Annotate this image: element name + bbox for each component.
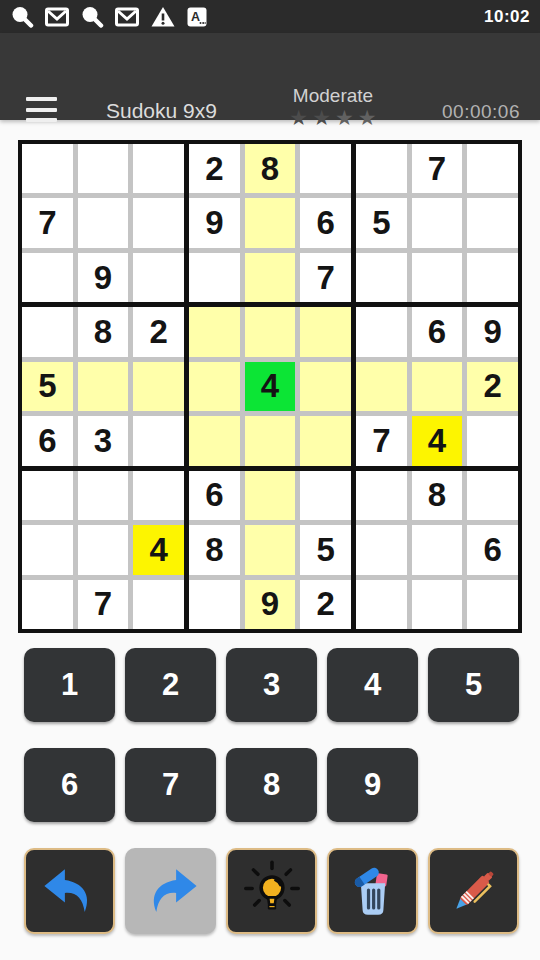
cell-r8c1[interactable] — [22, 525, 73, 574]
cell-r1c9[interactable] — [467, 144, 518, 193]
pencil-button[interactable] — [428, 848, 519, 934]
undo-button[interactable] — [24, 848, 115, 934]
cell-r3c9[interactable] — [467, 253, 518, 302]
notification-icons: A — [10, 5, 208, 29]
difficulty-label: Moderate — [268, 85, 398, 107]
cell-r2c5[interactable] — [245, 198, 296, 247]
cell-r8c8[interactable] — [412, 525, 463, 574]
cell-r7c8[interactable]: 8 — [412, 471, 463, 520]
numpad-key-6[interactable]: 6 — [24, 748, 115, 822]
cell-r8c7[interactable] — [356, 525, 407, 574]
cell-r2c7[interactable]: 5 — [356, 198, 407, 247]
app-bar: Sudoku 9x9 Moderate ★★★★ 00:00:06 — [0, 33, 540, 120]
cell-r5c4[interactable] — [189, 362, 240, 411]
box-border-vertical — [184, 144, 189, 629]
cell-r9c7[interactable] — [356, 580, 407, 629]
numpad-key-3[interactable]: 3 — [226, 648, 317, 722]
gmail-icon — [114, 5, 140, 29]
redo-arrow-icon — [139, 859, 203, 923]
cell-r3c2[interactable]: 9 — [78, 253, 129, 302]
cell-r6c2[interactable]: 3 — [78, 416, 129, 465]
cell-r4c7[interactable] — [356, 307, 407, 356]
cell-r7c4[interactable]: 6 — [189, 471, 240, 520]
cell-r7c3[interactable] — [133, 471, 184, 520]
numpad-key-2[interactable]: 2 — [125, 648, 216, 722]
cell-r2c6[interactable]: 6 — [300, 198, 351, 247]
cell-r3c4[interactable] — [189, 253, 240, 302]
cell-r5c7[interactable] — [356, 362, 407, 411]
hint-button[interactable] — [226, 848, 317, 934]
cell-r3c8[interactable] — [412, 253, 463, 302]
numpad-key-7[interactable]: 7 — [125, 748, 216, 822]
warning-icon — [150, 5, 176, 29]
cell-r8c4[interactable]: 8 — [189, 525, 240, 574]
cell-r9c1[interactable] — [22, 580, 73, 629]
cell-r1c3[interactable] — [133, 144, 184, 193]
cell-r4c3[interactable]: 2 — [133, 307, 184, 356]
star-icon: ★ — [358, 106, 377, 129]
toolbar — [24, 848, 519, 934]
cell-r1c1[interactable] — [22, 144, 73, 193]
erase-button[interactable] — [327, 848, 418, 934]
search-icon — [80, 5, 104, 29]
hamburger-menu-icon[interactable] — [26, 97, 57, 122]
cell-r8c5[interactable] — [245, 525, 296, 574]
sudoku-board: 28779659782695426374684856792 — [18, 140, 522, 633]
cell-r9c2[interactable]: 7 — [78, 580, 129, 629]
sudoku-app-screen: A 10:02 Sudoku 9x9 Moderate ★★★★ 00:00:0… — [0, 0, 540, 960]
numpad-key-1[interactable]: 1 — [24, 648, 115, 722]
cell-r3c6[interactable]: 7 — [300, 253, 351, 302]
cell-r4c2[interactable]: 8 — [78, 307, 129, 356]
numpad-key-8[interactable]: 8 — [226, 748, 317, 822]
cell-r5c8[interactable] — [412, 362, 463, 411]
cell-r4c4[interactable] — [189, 307, 240, 356]
undo-arrow-icon — [38, 859, 102, 923]
cell-r4c6[interactable] — [300, 307, 351, 356]
cell-r2c3[interactable] — [133, 198, 184, 247]
star-icon: ★ — [335, 106, 354, 129]
page-title: Sudoku 9x9 — [106, 99, 217, 123]
cell-r8c2[interactable] — [78, 525, 129, 574]
cell-r9c4[interactable] — [189, 580, 240, 629]
box-border-horizontal — [22, 302, 518, 307]
cell-r6c4[interactable] — [189, 416, 240, 465]
cell-r9c9[interactable] — [467, 580, 518, 629]
cell-r3c5[interactable] — [245, 253, 296, 302]
cell-r6c3[interactable] — [133, 416, 184, 465]
cell-r6c9[interactable] — [467, 416, 518, 465]
cell-r1c8[interactable]: 7 — [412, 144, 463, 193]
cell-r8c6[interactable]: 5 — [300, 525, 351, 574]
cell-r4c1[interactable] — [22, 307, 73, 356]
cell-r1c5[interactable]: 8 — [245, 144, 296, 193]
numpad-key-9[interactable]: 9 — [327, 748, 418, 822]
game-timer: 00:00:06 — [442, 101, 520, 123]
cell-r5c5[interactable]: 4 — [245, 362, 296, 411]
cell-r5c6[interactable] — [300, 362, 351, 411]
status-clock: 10:02 — [484, 7, 530, 27]
cell-r9c6[interactable]: 2 — [300, 580, 351, 629]
cell-r6c7[interactable]: 7 — [356, 416, 407, 465]
cell-r7c7[interactable] — [356, 471, 407, 520]
cell-r5c3[interactable] — [133, 362, 184, 411]
numpad-key-4[interactable]: 4 — [327, 648, 418, 722]
cell-r7c6[interactable] — [300, 471, 351, 520]
lightbulb-icon — [240, 859, 304, 923]
cell-r8c9[interactable]: 6 — [467, 525, 518, 574]
box-border-vertical — [351, 144, 356, 629]
box-border-horizontal — [22, 466, 518, 471]
cell-r3c1[interactable] — [22, 253, 73, 302]
star-icon: ★ — [289, 106, 308, 129]
cell-r7c5[interactable] — [245, 471, 296, 520]
redo-button — [125, 848, 216, 934]
cell-r7c9[interactable] — [467, 471, 518, 520]
cell-r1c6[interactable] — [300, 144, 351, 193]
cell-r6c8[interactable]: 4 — [412, 416, 463, 465]
cell-r5c9[interactable]: 2 — [467, 362, 518, 411]
cell-r4c8[interactable]: 6 — [412, 307, 463, 356]
trash-icon — [341, 859, 405, 923]
cell-r6c5[interactable] — [245, 416, 296, 465]
cell-r1c2[interactable] — [78, 144, 129, 193]
cell-r4c5[interactable] — [245, 307, 296, 356]
number-pad: 123456789 — [24, 648, 519, 822]
search-icon — [10, 5, 34, 29]
cell-r5c1[interactable]: 5 — [22, 362, 73, 411]
cell-r2c9[interactable] — [467, 198, 518, 247]
cell-r1c7[interactable] — [356, 144, 407, 193]
gmail-icon — [44, 5, 70, 29]
cell-r4c9[interactable]: 9 — [467, 307, 518, 356]
cell-r1c4[interactable]: 2 — [189, 144, 240, 193]
cell-r6c1[interactable]: 6 — [22, 416, 73, 465]
cell-r2c1[interactable]: 7 — [22, 198, 73, 247]
autofill-a-icon: A — [186, 6, 208, 28]
difficulty-block: Moderate ★★★★ — [268, 85, 398, 131]
star-icon: ★ — [312, 106, 331, 129]
cell-r5c2[interactable] — [78, 362, 129, 411]
pen-icon — [442, 859, 506, 923]
svg-text:A: A — [191, 9, 200, 23]
cell-r9c5[interactable]: 9 — [245, 580, 296, 629]
cell-r9c3[interactable] — [133, 580, 184, 629]
cell-r6c6[interactable] — [300, 416, 351, 465]
cell-r2c4[interactable]: 9 — [189, 198, 240, 247]
cell-r7c1[interactable] — [22, 471, 73, 520]
numpad-key-5[interactable]: 5 — [428, 648, 519, 722]
difficulty-stars: ★★★★ — [268, 107, 398, 131]
cell-r2c8[interactable] — [412, 198, 463, 247]
cell-r7c2[interactable] — [78, 471, 129, 520]
cell-r8c3[interactable]: 4 — [133, 525, 184, 574]
cell-r2c2[interactable] — [78, 198, 129, 247]
cell-r9c8[interactable] — [412, 580, 463, 629]
cell-r3c7[interactable] — [356, 253, 407, 302]
cell-r3c3[interactable] — [133, 253, 184, 302]
status-bar: A 10:02 — [0, 0, 540, 33]
